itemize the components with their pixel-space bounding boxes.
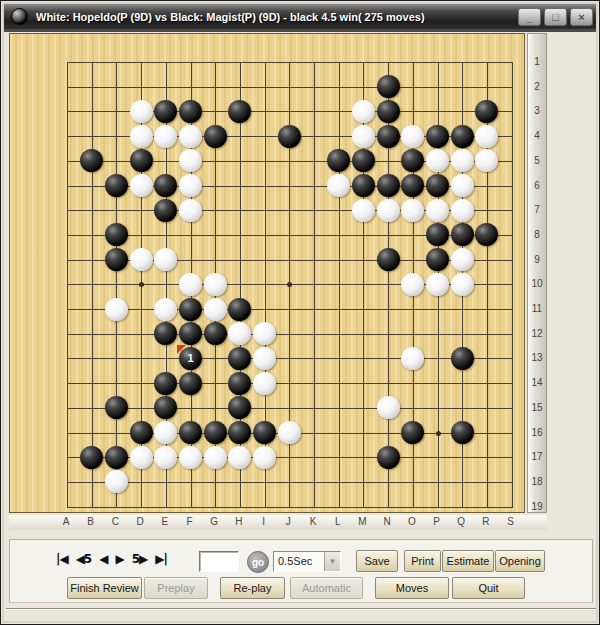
- column-label: I: [256, 516, 272, 527]
- black-stone: [154, 100, 177, 123]
- row-label: 13: [528, 352, 546, 363]
- row-label: 1: [528, 56, 546, 67]
- nav-forward5-button[interactable]: 5▶: [132, 552, 148, 566]
- white-stone: [105, 298, 128, 321]
- grid-line-h: [67, 383, 513, 384]
- nav-first-button[interactable]: |◀: [56, 552, 68, 566]
- column-label: O: [404, 516, 420, 527]
- white-stone: [352, 199, 375, 222]
- black-stone: [179, 298, 202, 321]
- maximize-button[interactable]: □: [544, 8, 567, 26]
- grid-line-h: [67, 309, 513, 310]
- white-stone: [130, 125, 153, 148]
- column-label: R: [478, 516, 494, 527]
- black-stone: [179, 372, 202, 395]
- row-label: 14: [528, 377, 546, 388]
- white-stone: [154, 248, 177, 271]
- white-stone: [377, 396, 400, 419]
- black-stone: [377, 248, 400, 271]
- white-stone: [130, 174, 153, 197]
- grid-line-h: [67, 358, 513, 359]
- column-label: K: [305, 516, 321, 527]
- automatic-button[interactable]: Automatic: [290, 577, 363, 599]
- black-stone: [451, 347, 474, 370]
- grid-line-h: [67, 334, 513, 335]
- white-stone: [278, 421, 301, 444]
- black-stone: [377, 125, 400, 148]
- opening-button[interactable]: Opening: [495, 550, 545, 572]
- grid-line-h: [67, 408, 513, 409]
- black-stone: [154, 322, 177, 345]
- white-stone: [426, 149, 449, 172]
- grid-line-h: [67, 507, 513, 508]
- white-stone: [154, 421, 177, 444]
- black-stone: [377, 446, 400, 469]
- column-label: N: [379, 516, 395, 527]
- minimize-button[interactable]: _: [518, 8, 541, 26]
- row-coordinate-strip: 12345678910111213141516171819: [527, 33, 547, 513]
- white-stone: [179, 149, 202, 172]
- preplay-button[interactable]: Preplay: [144, 577, 208, 599]
- column-label: B: [83, 516, 99, 527]
- row-label: 18: [528, 476, 546, 487]
- star-point: [139, 282, 144, 287]
- white-stone: [401, 273, 424, 296]
- column-label: C: [107, 516, 123, 527]
- black-stone: [228, 396, 251, 419]
- window-title: White: Hopeldo(P (9D) vs Black: Magist(P…: [36, 11, 425, 23]
- control-panel: |◀ ◀5 ◀ ▶ 5▶ ▶| go 0.5Sec ▼ Save Print E…: [9, 539, 593, 603]
- black-stone: [426, 125, 449, 148]
- white-stone: [228, 322, 251, 345]
- white-stone: [451, 149, 474, 172]
- chevron-down-icon[interactable]: ▼: [324, 552, 340, 571]
- replay-button[interactable]: Re-play: [220, 577, 285, 599]
- white-stone: [451, 174, 474, 197]
- black-stone: [130, 149, 153, 172]
- move-navigation: |◀ ◀5 ◀ ▶ 5▶ ▶|: [56, 552, 167, 566]
- white-stone: [130, 446, 153, 469]
- row-label: 10: [528, 278, 546, 289]
- title-bar[interactable]: White: Hopeldo(P (9D) vs Black: Magist(P…: [4, 4, 598, 29]
- black-stone: [105, 446, 128, 469]
- white-stone: [253, 322, 276, 345]
- nav-back-button[interactable]: ◀: [99, 552, 107, 566]
- row-label: 3: [528, 105, 546, 116]
- row-label: 4: [528, 130, 546, 141]
- black-stone: [80, 446, 103, 469]
- column-label: G: [206, 516, 222, 527]
- black-stone: [327, 149, 350, 172]
- estimate-button[interactable]: Estimate: [442, 550, 494, 572]
- print-button[interactable]: Print: [404, 550, 441, 572]
- white-stone: [130, 100, 153, 123]
- row-label: 17: [528, 451, 546, 462]
- white-stone: [130, 248, 153, 271]
- black-stone: [179, 322, 202, 345]
- white-stone: [105, 470, 128, 493]
- black-stone: [179, 100, 202, 123]
- delay-select[interactable]: 0.5Sec ▼: [273, 551, 341, 572]
- black-stone: [377, 100, 400, 123]
- white-stone: [426, 199, 449, 222]
- black-stone: [401, 421, 424, 444]
- delay-select-value: 0.5Sec: [274, 552, 324, 571]
- white-stone: [475, 125, 498, 148]
- black-stone: [179, 421, 202, 444]
- black-stone: [204, 421, 227, 444]
- black-stone: [253, 421, 276, 444]
- white-stone: [253, 347, 276, 370]
- column-label: L: [330, 516, 346, 527]
- black-stone: [451, 421, 474, 444]
- go-button[interactable]: go: [247, 551, 269, 573]
- white-stone: [352, 100, 375, 123]
- black-stone: [105, 396, 128, 419]
- black-stone: [278, 125, 301, 148]
- row-label: 5: [528, 155, 546, 166]
- white-stone: [451, 248, 474, 271]
- white-stone: [327, 174, 350, 197]
- black-stone: [228, 298, 251, 321]
- black-stone: [352, 149, 375, 172]
- white-stone: [401, 347, 424, 370]
- move-number-label: 1: [179, 347, 202, 370]
- column-label: Q: [453, 516, 469, 527]
- black-stone: [204, 125, 227, 148]
- black-stone: [228, 372, 251, 395]
- quit-button[interactable]: Quit: [452, 577, 525, 599]
- row-label: 8: [528, 229, 546, 240]
- white-stone: [154, 298, 177, 321]
- window-controls: _ □ ×: [518, 8, 593, 26]
- black-stone: [401, 149, 424, 172]
- row-label: 9: [528, 254, 546, 265]
- black-stone: [451, 223, 474, 246]
- black-stone: [105, 248, 128, 271]
- black-stone: [154, 372, 177, 395]
- column-coordinate-strip: ABCDEFGHIJKLMNOPQRS: [9, 515, 547, 530]
- white-stone: [204, 298, 227, 321]
- black-stone: [228, 347, 251, 370]
- nav-last-button[interactable]: ▶|: [155, 552, 167, 566]
- black-stone: [475, 100, 498, 123]
- row-label: 16: [528, 427, 546, 438]
- white-stone: [253, 446, 276, 469]
- black-stone: [401, 174, 424, 197]
- column-label: E: [157, 516, 173, 527]
- white-stone: [401, 125, 424, 148]
- move-number-input[interactable]: [199, 551, 239, 572]
- white-stone: [377, 199, 400, 222]
- white-stone: [475, 149, 498, 172]
- row-label: 12: [528, 328, 546, 339]
- grid-line-v: [339, 62, 340, 508]
- star-point: [287, 282, 292, 287]
- white-stone: [253, 372, 276, 395]
- white-stone: [179, 446, 202, 469]
- black-stone: [426, 174, 449, 197]
- moves-button[interactable]: Moves: [375, 577, 449, 599]
- row-label: 2: [528, 81, 546, 92]
- black-stone: [377, 75, 400, 98]
- grid-line-h: [67, 482, 513, 483]
- black-stone: [426, 223, 449, 246]
- row-label: 7: [528, 204, 546, 215]
- white-stone: [401, 199, 424, 222]
- black-stone: [130, 421, 153, 444]
- black-stone: [154, 396, 177, 419]
- column-label: S: [503, 516, 519, 527]
- finish-review-button[interactable]: Finish Review: [67, 577, 142, 599]
- black-stone: [105, 223, 128, 246]
- grid-line-v: [314, 62, 315, 508]
- black-stone: [475, 223, 498, 246]
- app-globe-icon: [11, 8, 28, 25]
- column-label: A: [58, 516, 74, 527]
- go-review-window: White: Hopeldo(P (9D) vs Black: Magist(P…: [0, 0, 600, 625]
- white-stone: [179, 174, 202, 197]
- black-stone: 1: [179, 347, 202, 370]
- black-stone: [228, 421, 251, 444]
- white-stone: [179, 199, 202, 222]
- star-point: [436, 431, 441, 436]
- white-stone: [228, 446, 251, 469]
- titlebar-divider: [4, 29, 598, 32]
- white-stone: [179, 273, 202, 296]
- white-stone: [204, 273, 227, 296]
- black-stone: [154, 199, 177, 222]
- black-stone: [426, 248, 449, 271]
- nav-forward-button[interactable]: ▶: [115, 552, 123, 566]
- go-board[interactable]: 1: [9, 33, 525, 513]
- row-label: 19: [528, 501, 546, 512]
- black-stone: [451, 125, 474, 148]
- column-label: F: [182, 516, 198, 527]
- nav-back5-button[interactable]: ◀5: [76, 552, 92, 566]
- black-stone: [105, 174, 128, 197]
- white-stone: [204, 446, 227, 469]
- white-stone: [426, 273, 449, 296]
- white-stone: [451, 273, 474, 296]
- black-stone: [377, 174, 400, 197]
- black-stone: [80, 149, 103, 172]
- black-stone: [204, 322, 227, 345]
- row-label: 11: [528, 303, 546, 314]
- column-label: H: [231, 516, 247, 527]
- column-label: D: [132, 516, 148, 527]
- black-stone: [352, 174, 375, 197]
- save-button[interactable]: Save: [356, 550, 398, 572]
- white-stone: [451, 199, 474, 222]
- column-label: P: [429, 516, 445, 527]
- white-stone: [352, 125, 375, 148]
- row-label: 6: [528, 180, 546, 191]
- white-stone: [179, 125, 202, 148]
- column-label: J: [280, 516, 296, 527]
- column-label: M: [354, 516, 370, 527]
- white-stone: [154, 446, 177, 469]
- grid-line-v: [512, 62, 513, 508]
- white-stone: [154, 125, 177, 148]
- close-button[interactable]: ×: [570, 8, 593, 26]
- bottom-divider: [6, 608, 596, 610]
- black-stone: [228, 100, 251, 123]
- row-label: 15: [528, 402, 546, 413]
- black-stone: [154, 174, 177, 197]
